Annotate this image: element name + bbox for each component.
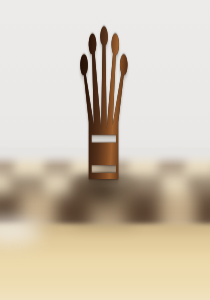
chess-photo-scene: ♛ ♛ [0, 0, 210, 300]
black-queen-piece: ♛ [69, 3, 139, 212]
